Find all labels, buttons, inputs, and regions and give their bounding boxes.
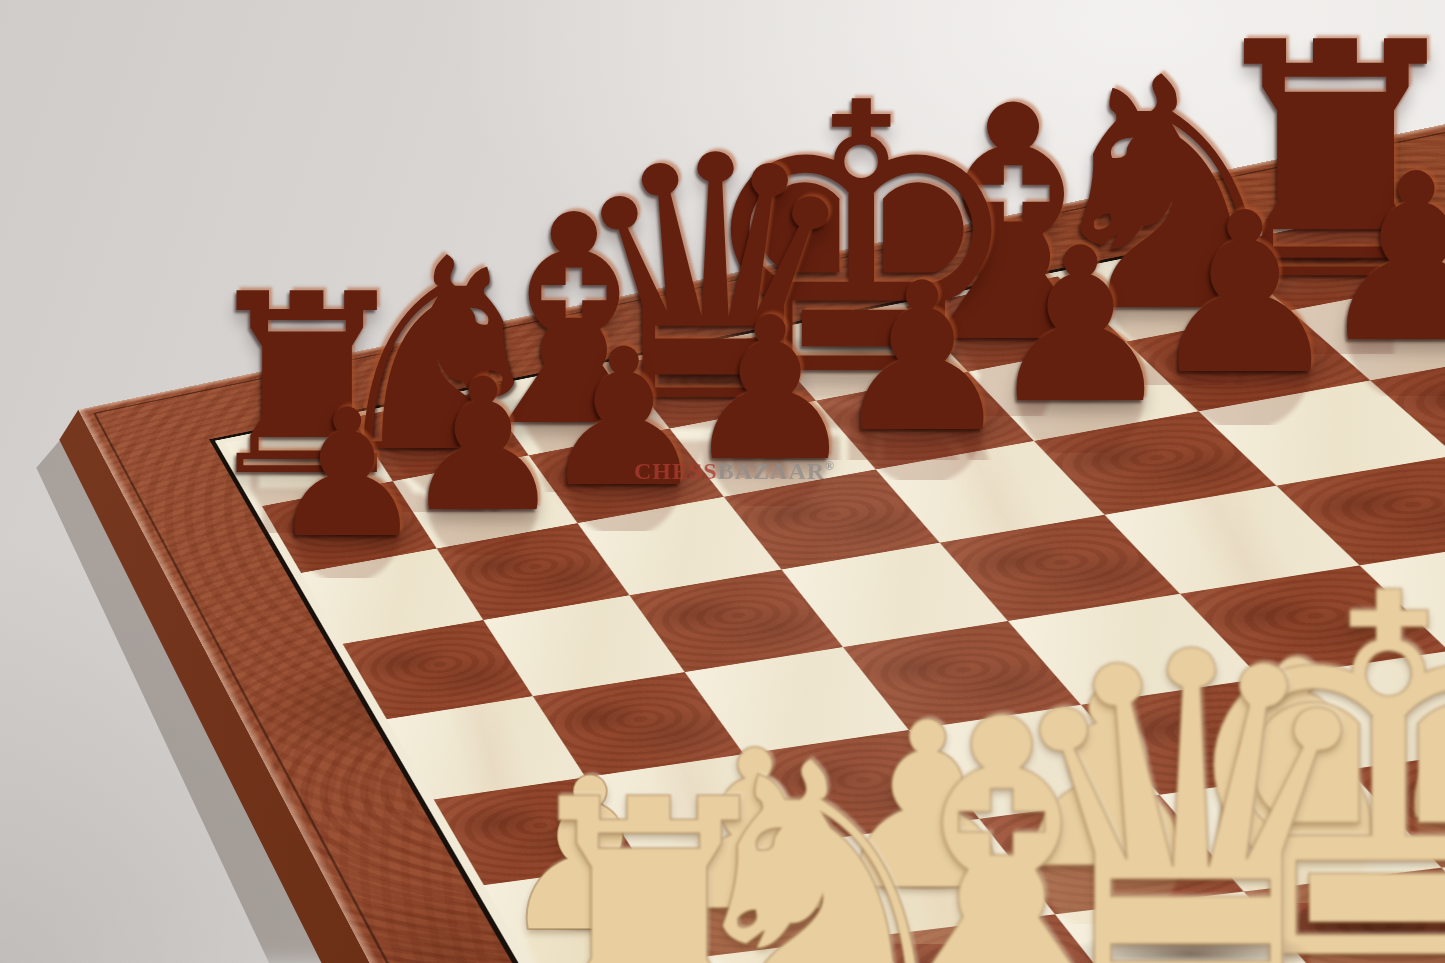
product-photo-scene: ♜♜♞♞♝♝♛♛♚♚♝♝♞♞♜♜♟♟♟♟♟♟♟♟♟♟♟♟♟♟♟♟♟♟♟♟♟♟♟♟… [0, 0, 1445, 963]
